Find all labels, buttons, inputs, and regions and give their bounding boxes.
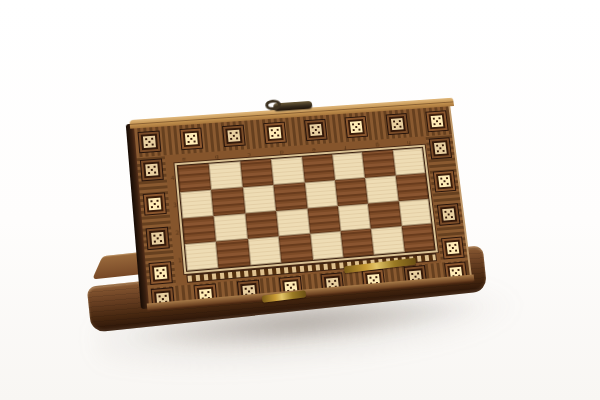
ornament-medallion: [437, 203, 461, 226]
square-e3: [304, 180, 337, 208]
square-f2: [338, 203, 371, 231]
ornament-medallion: [433, 170, 456, 192]
ornament-medallion: [263, 122, 287, 144]
square-h4: [392, 148, 425, 175]
file-label-d: d: [279, 149, 283, 155]
chessboard-grid: [177, 147, 436, 272]
square-f4: [332, 152, 365, 180]
board-row: 4321: [168, 146, 438, 275]
square-g1: [371, 226, 404, 254]
square-f3: [335, 178, 368, 206]
file-label-a: a: [182, 156, 186, 162]
square-a4: [178, 164, 212, 192]
square-a3: [180, 189, 214, 218]
rank-label-3: 3: [173, 202, 177, 208]
square-c2: [245, 211, 279, 240]
square-b3: [211, 187, 245, 215]
ornament-medallion: [180, 128, 204, 151]
square-b4: [209, 161, 243, 189]
square-h3: [395, 173, 428, 201]
square-c1: [248, 237, 282, 266]
ornament-medallion: [137, 131, 161, 154]
rank-label-4: 4: [171, 175, 175, 181]
file-label-e: e: [311, 147, 315, 153]
square-f1: [341, 229, 374, 258]
square-d2: [276, 208, 310, 236]
square-h1: [401, 224, 434, 252]
box-lid: abcdefgh 4321: [125, 98, 478, 314]
square-d1: [279, 234, 313, 263]
file-label-g: g: [375, 142, 379, 148]
ornament-medallion: [441, 237, 465, 260]
square-b1: [216, 239, 250, 268]
square-d4: [271, 157, 304, 185]
square-h2: [398, 198, 431, 226]
file-label-h: h: [406, 140, 410, 146]
ornament-medallion: [140, 158, 164, 181]
photo-stage: abcdefgh 4321: [0, 0, 600, 400]
ornament-medallion: [149, 261, 173, 285]
ornament-medallion: [222, 125, 246, 148]
ornament-medallion: [425, 110, 448, 132]
square-a2: [182, 216, 216, 245]
ornament-medallion: [385, 113, 408, 135]
square-b2: [214, 213, 248, 242]
square-d3: [274, 182, 307, 210]
ornament-medallion: [304, 119, 328, 141]
ornament-medallion: [146, 227, 170, 251]
rank-label-1: 1: [178, 257, 182, 263]
square-e4: [302, 154, 335, 182]
ornament-medallion: [429, 137, 452, 159]
file-label-f: f: [344, 144, 347, 150]
square-e2: [307, 206, 340, 234]
ornament-medallion: [143, 192, 167, 215]
square-g2: [368, 201, 401, 229]
square-c3: [243, 185, 277, 213]
square-c4: [240, 159, 273, 187]
square-a1: [185, 242, 219, 271]
rank-label-2: 2: [175, 230, 179, 236]
square-e1: [310, 231, 344, 260]
lid-face: abcdefgh 4321: [134, 106, 472, 303]
file-label-c: c: [247, 151, 251, 157]
square-g3: [365, 175, 398, 203]
square-g4: [362, 150, 395, 178]
file-label-b: b: [214, 154, 218, 160]
ornament-medallion: [345, 116, 368, 138]
